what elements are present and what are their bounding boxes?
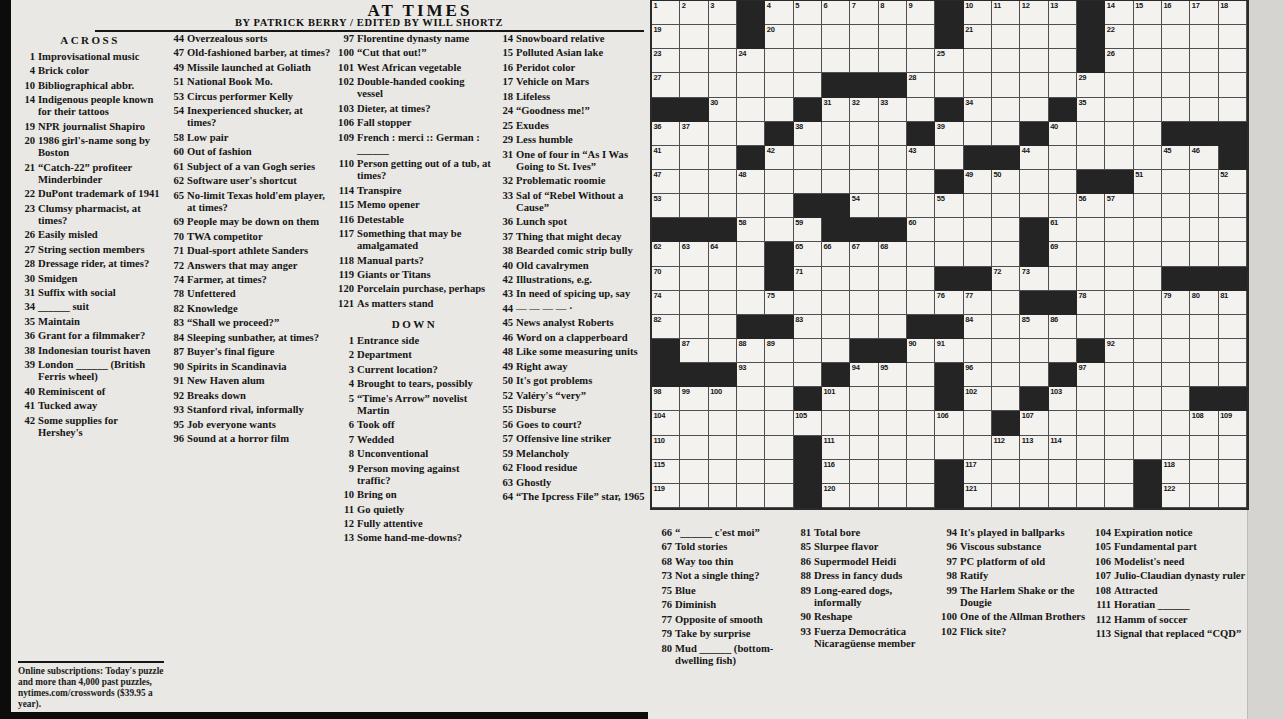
grid-cell[interactable]: 15 [1134,1,1162,25]
grid-cell[interactable]: 86 [1049,315,1077,339]
grid-cell[interactable] [879,411,907,435]
grid-cell[interactable] [822,146,850,170]
grid-cell[interactable]: 87 [680,339,708,363]
grid-cell[interactable] [680,291,708,315]
grid-cell[interactable] [737,411,765,435]
grid-cell[interactable] [1219,49,1247,73]
grid-cell[interactable] [1020,73,1048,97]
grid-cell[interactable]: 9 [907,1,935,25]
grid-cell[interactable] [1049,460,1077,484]
grid-cell[interactable] [1134,146,1162,170]
grid-cell[interactable]: 72 [992,267,1020,291]
grid-cell[interactable] [879,194,907,218]
grid-cell[interactable]: 65 [794,242,822,266]
grid-cell[interactable] [1105,387,1133,411]
grid-cell[interactable]: 20 [765,25,793,49]
grid-cell[interactable] [709,484,737,508]
grid-cell[interactable] [1049,267,1077,291]
grid-cell[interactable]: 32 [850,98,878,122]
grid-cell[interactable] [1049,25,1077,49]
grid-cell[interactable] [1162,25,1190,49]
grid-cell[interactable] [1219,484,1247,508]
grid-cell[interactable]: 73 [1020,267,1048,291]
grid-cell[interactable] [992,25,1020,49]
grid-cell[interactable] [1077,484,1105,508]
grid-cell[interactable]: 88 [737,339,765,363]
grid-cell[interactable] [709,25,737,49]
grid-cell[interactable]: 17 [1190,1,1218,25]
grid-cell[interactable] [765,170,793,194]
grid-cell[interactable]: 56 [1077,194,1105,218]
grid-cell[interactable] [907,291,935,315]
grid-cell[interactable]: 82 [652,315,680,339]
grid-cell[interactable] [879,25,907,49]
grid-cell[interactable]: 1 [652,1,680,25]
grid-cell[interactable] [1134,194,1162,218]
grid-cell[interactable] [1105,122,1133,146]
grid-cell[interactable] [850,387,878,411]
grid-cell[interactable] [822,411,850,435]
grid-cell[interactable] [1190,170,1218,194]
grid-cell[interactable] [1134,73,1162,97]
grid-cell[interactable] [1162,315,1190,339]
grid-cell[interactable] [1049,170,1077,194]
grid-cell[interactable] [1077,460,1105,484]
grid-cell[interactable] [1105,460,1133,484]
grid-cell[interactable] [907,387,935,411]
grid-cell[interactable]: 85 [1020,315,1048,339]
grid-cell[interactable]: 84 [964,315,992,339]
grid-cell[interactable] [794,170,822,194]
grid-cell[interactable]: 118 [1162,460,1190,484]
grid-cell[interactable] [1077,218,1105,242]
grid-cell[interactable] [879,315,907,339]
grid-cell[interactable] [850,146,878,170]
grid-cell[interactable] [765,460,793,484]
grid-cell[interactable]: 116 [822,460,850,484]
grid-cell[interactable]: 49 [964,170,992,194]
grid-cell[interactable] [680,194,708,218]
grid-cell[interactable] [1162,411,1190,435]
grid-cell[interactable] [1105,242,1133,266]
grid-cell[interactable] [709,267,737,291]
grid-cell[interactable]: 115 [652,460,680,484]
grid-cell[interactable] [1105,436,1133,460]
grid-cell[interactable] [935,242,963,266]
grid-cell[interactable] [1077,315,1105,339]
grid-cell[interactable] [992,194,1020,218]
grid-cell[interactable] [992,291,1020,315]
grid-cell[interactable]: 70 [652,267,680,291]
grid-cell[interactable] [794,146,822,170]
grid-cell[interactable] [1134,122,1162,146]
grid-cell[interactable]: 71 [794,267,822,291]
grid-cell[interactable] [1219,242,1247,266]
grid-cell[interactable]: 114 [1049,436,1077,460]
grid-cell[interactable] [822,267,850,291]
grid-cell[interactable] [794,291,822,315]
grid-cell[interactable] [1190,98,1218,122]
grid-cell[interactable] [709,291,737,315]
grid-cell[interactable]: 76 [935,291,963,315]
grid-cell[interactable] [1049,146,1077,170]
grid-cell[interactable] [709,146,737,170]
grid-cell[interactable]: 105 [794,411,822,435]
grid-cell[interactable] [907,363,935,387]
grid-cell[interactable] [1020,25,1048,49]
grid-cell[interactable]: 10 [964,1,992,25]
grid-cell[interactable] [794,339,822,363]
grid-cell[interactable] [1162,194,1190,218]
grid-cell[interactable] [709,436,737,460]
grid-cell[interactable] [850,411,878,435]
grid-cell[interactable] [1020,98,1048,122]
grid-cell[interactable] [1105,218,1133,242]
grid-cell[interactable]: 48 [737,170,765,194]
grid-cell[interactable]: 117 [964,460,992,484]
grid-cell[interactable] [737,242,765,266]
grid-cell[interactable] [1020,49,1048,73]
grid-cell[interactable] [1020,363,1048,387]
grid-cell[interactable] [822,49,850,73]
grid-cell[interactable] [879,484,907,508]
grid-cell[interactable] [680,315,708,339]
grid-cell[interactable]: 52 [1219,170,1247,194]
grid-cell[interactable] [992,98,1020,122]
grid-cell[interactable]: 110 [652,436,680,460]
grid-cell[interactable] [1049,484,1077,508]
grid-cell[interactable] [794,73,822,97]
grid-cell[interactable] [992,387,1020,411]
grid-cell[interactable] [1105,267,1133,291]
grid-cell[interactable]: 81 [1219,291,1247,315]
grid-cell[interactable] [1162,436,1190,460]
grid-cell[interactable] [1162,242,1190,266]
grid-cell[interactable] [1162,339,1190,363]
grid-cell[interactable]: 26 [1105,49,1133,73]
grid-cell[interactable] [1219,218,1247,242]
grid-cell[interactable]: 122 [1162,484,1190,508]
grid-cell[interactable] [765,411,793,435]
grid-cell[interactable] [737,267,765,291]
grid-cell[interactable] [992,484,1020,508]
grid-cell[interactable] [964,411,992,435]
grid-cell[interactable] [907,242,935,266]
grid-cell[interactable]: 91 [935,339,963,363]
grid-cell[interactable] [850,315,878,339]
grid-cell[interactable]: 2 [680,1,708,25]
grid-cell[interactable] [794,363,822,387]
grid-cell[interactable] [680,411,708,435]
grid-cell[interactable] [709,194,737,218]
grid-cell[interactable] [1020,170,1048,194]
grid-cell[interactable] [907,194,935,218]
grid-cell[interactable]: 55 [935,194,963,218]
grid-cell[interactable] [935,218,963,242]
grid-cell[interactable] [1077,436,1105,460]
grid-cell[interactable] [935,146,963,170]
grid-cell[interactable]: 54 [850,194,878,218]
grid-cell[interactable] [1105,98,1133,122]
grid-cell[interactable] [992,363,1020,387]
grid-cell[interactable] [907,170,935,194]
grid-cell[interactable] [1077,267,1105,291]
grid-cell[interactable] [765,98,793,122]
grid-cell[interactable] [1049,49,1077,73]
grid-cell[interactable] [1190,25,1218,49]
grid-cell[interactable]: 120 [822,484,850,508]
grid-cell[interactable] [879,387,907,411]
grid-cell[interactable]: 46 [1190,146,1218,170]
grid-cell[interactable] [1219,315,1247,339]
grid-cell[interactable] [737,73,765,97]
grid-cell[interactable]: 109 [1219,411,1247,435]
grid-cell[interactable] [822,339,850,363]
grid-cell[interactable] [1049,73,1077,97]
grid-cell[interactable] [680,49,708,73]
grid-cell[interactable] [879,460,907,484]
grid-cell[interactable] [1134,339,1162,363]
grid-cell[interactable]: 50 [992,170,1020,194]
grid-cell[interactable] [935,436,963,460]
grid-cell[interactable]: 121 [964,484,992,508]
grid-cell[interactable] [1134,411,1162,435]
grid-cell[interactable] [850,267,878,291]
grid-cell[interactable]: 62 [652,242,680,266]
grid-cell[interactable]: 25 [935,49,963,73]
grid-cell[interactable] [879,170,907,194]
grid-cell[interactable]: 24 [737,49,765,73]
grid-cell[interactable] [850,460,878,484]
grid-cell[interactable] [992,49,1020,73]
grid-cell[interactable]: 42 [765,146,793,170]
grid-cell[interactable]: 41 [652,146,680,170]
grid-cell[interactable] [765,363,793,387]
grid-cell[interactable] [1077,411,1105,435]
grid-cell[interactable] [1219,339,1247,363]
grid-cell[interactable] [1162,218,1190,242]
grid-cell[interactable]: 43 [907,146,935,170]
grid-cell[interactable]: 78 [1077,291,1105,315]
grid-cell[interactable]: 16 [1162,1,1190,25]
grid-cell[interactable] [1134,363,1162,387]
grid-cell[interactable] [1077,242,1105,266]
grid-cell[interactable] [1020,194,1048,218]
grid-cell[interactable] [709,170,737,194]
grid-cell[interactable] [737,122,765,146]
grid-cell[interactable] [709,339,737,363]
grid-cell[interactable] [907,25,935,49]
grid-cell[interactable] [907,484,935,508]
grid-cell[interactable] [1020,460,1048,484]
grid-cell[interactable] [964,73,992,97]
grid-cell[interactable]: 8 [879,1,907,25]
grid-cell[interactable]: 35 [1077,98,1105,122]
grid-cell[interactable] [737,291,765,315]
grid-cell[interactable] [1134,49,1162,73]
grid-cell[interactable] [765,484,793,508]
grid-cell[interactable] [1162,363,1190,387]
grid-cell[interactable] [964,49,992,73]
grid-cell[interactable] [1134,436,1162,460]
grid-cell[interactable]: 45 [1162,146,1190,170]
grid-cell[interactable] [1162,98,1190,122]
grid-cell[interactable] [680,484,708,508]
grid-cell[interactable] [709,460,737,484]
grid-cell[interactable]: 39 [935,122,963,146]
grid-cell[interactable] [1134,267,1162,291]
grid-cell[interactable] [992,122,1020,146]
grid-cell[interactable] [1105,484,1133,508]
grid-cell[interactable]: 113 [1020,436,1048,460]
grid-cell[interactable] [907,49,935,73]
grid-cell[interactable]: 99 [680,387,708,411]
grid-cell[interactable]: 108 [1190,411,1218,435]
grid-cell[interactable]: 37 [680,122,708,146]
grid-cell[interactable]: 106 [935,411,963,435]
grid-cell[interactable]: 80 [1190,291,1218,315]
grid-cell[interactable]: 77 [964,291,992,315]
grid-cell[interactable]: 12 [1020,1,1048,25]
grid-cell[interactable] [1049,411,1077,435]
grid-cell[interactable] [907,460,935,484]
grid-cell[interactable]: 67 [850,242,878,266]
grid-cell[interactable] [1020,339,1048,363]
grid-cell[interactable]: 103 [1049,387,1077,411]
grid-cell[interactable]: 61 [1049,218,1077,242]
grid-cell[interactable] [737,460,765,484]
grid-cell[interactable]: 34 [964,98,992,122]
grid-cell[interactable] [765,218,793,242]
grid-cell[interactable]: 94 [850,363,878,387]
grid-cell[interactable] [765,194,793,218]
grid-cell[interactable] [680,25,708,49]
grid-cell[interactable] [1134,98,1162,122]
grid-cell[interactable]: 28 [907,73,935,97]
grid-cell[interactable] [1049,194,1077,218]
grid-cell[interactable]: 119 [652,484,680,508]
grid-cell[interactable] [680,267,708,291]
grid-cell[interactable]: 47 [652,170,680,194]
grid-cell[interactable] [1190,484,1218,508]
grid-cell[interactable] [992,460,1020,484]
grid-cell[interactable] [879,49,907,73]
grid-cell[interactable]: 101 [822,387,850,411]
grid-cell[interactable]: 100 [709,387,737,411]
grid-cell[interactable] [964,194,992,218]
grid-cell[interactable] [1219,73,1247,97]
grid-cell[interactable] [879,122,907,146]
grid-cell[interactable] [1049,339,1077,363]
grid-cell[interactable]: 57 [1105,194,1133,218]
grid-cell[interactable] [709,315,737,339]
grid-cell[interactable] [1190,49,1218,73]
grid-cell[interactable]: 60 [907,218,935,242]
grid-cell[interactable] [1134,387,1162,411]
grid-cell[interactable]: 111 [822,436,850,460]
grid-cell[interactable] [822,122,850,146]
grid-cell[interactable] [964,339,992,363]
grid-cell[interactable]: 3 [709,1,737,25]
grid-cell[interactable] [1077,387,1105,411]
grid-cell[interactable]: 79 [1162,291,1190,315]
grid-cell[interactable] [907,98,935,122]
grid-cell[interactable]: 96 [964,363,992,387]
grid-cell[interactable] [1162,387,1190,411]
grid-cell[interactable] [822,170,850,194]
grid-cell[interactable] [850,291,878,315]
grid-cell[interactable]: 66 [822,242,850,266]
grid-cell[interactable]: 51 [1134,170,1162,194]
grid-cell[interactable] [1162,170,1190,194]
grid-cell[interactable] [1162,73,1190,97]
grid-cell[interactable] [1134,242,1162,266]
grid-cell[interactable] [822,25,850,49]
grid-cell[interactable] [964,242,992,266]
grid-cell[interactable] [1134,291,1162,315]
grid-cell[interactable]: 11 [992,1,1020,25]
grid-cell[interactable] [879,267,907,291]
grid-cell[interactable] [964,122,992,146]
grid-cell[interactable]: 95 [879,363,907,387]
grid-cell[interactable] [822,291,850,315]
grid-cell[interactable]: 36 [652,122,680,146]
grid-cell[interactable] [850,49,878,73]
grid-cell[interactable] [1219,194,1247,218]
grid-cell[interactable] [992,315,1020,339]
grid-cell[interactable] [737,98,765,122]
grid-cell[interactable]: 97 [1077,363,1105,387]
grid-cell[interactable] [907,267,935,291]
grid-cell[interactable] [737,484,765,508]
grid-cell[interactable] [1219,460,1247,484]
grid-cell[interactable]: 83 [794,315,822,339]
grid-cell[interactable] [1190,218,1218,242]
grid-cell[interactable] [709,73,737,97]
grid-cell[interactable] [879,291,907,315]
grid-cell[interactable]: 104 [652,411,680,435]
grid-cell[interactable]: 38 [794,122,822,146]
grid-cell[interactable]: 14 [1105,1,1133,25]
grid-cell[interactable]: 107 [1020,411,1048,435]
grid-cell[interactable] [680,170,708,194]
grid-cell[interactable]: 93 [737,363,765,387]
grid-cell[interactable]: 89 [765,339,793,363]
grid-cell[interactable] [1105,73,1133,97]
grid-cell[interactable] [1219,363,1247,387]
grid-cell[interactable] [1105,315,1133,339]
grid-cell[interactable] [1219,25,1247,49]
grid-cell[interactable]: 68 [879,242,907,266]
grid-cell[interactable]: 18 [1219,1,1247,25]
grid-cell[interactable] [709,411,737,435]
grid-cell[interactable]: 69 [1049,242,1077,266]
grid-cell[interactable]: 58 [737,218,765,242]
grid-cell[interactable]: 4 [765,1,793,25]
grid-cell[interactable] [680,73,708,97]
grid-cell[interactable]: 7 [850,1,878,25]
grid-cell[interactable] [1105,146,1133,170]
grid-cell[interactable]: 13 [1049,1,1077,25]
grid-cell[interactable] [907,436,935,460]
grid-cell[interactable] [1190,436,1218,460]
grid-cell[interactable]: 31 [822,98,850,122]
grid-cell[interactable] [1105,291,1133,315]
grid-cell[interactable] [794,25,822,49]
grid-cell[interactable] [964,218,992,242]
grid-cell[interactable] [709,122,737,146]
grid-cell[interactable] [1190,460,1218,484]
